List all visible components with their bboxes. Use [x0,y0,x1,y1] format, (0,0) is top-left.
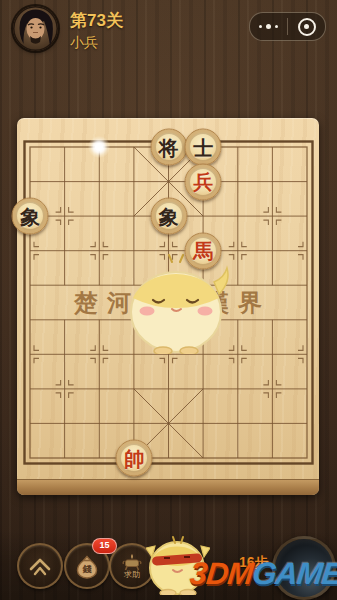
level-info: 第73关 小兵 [70,10,123,52]
more-options-button[interactable] [250,13,287,40]
level-title: 第73关 [70,10,123,31]
piece-black-general[interactable]: 将 [150,129,187,166]
piece-red-horse[interactable]: 馬 [185,232,222,269]
piece-glyph: 帥 [124,448,144,468]
piece-red-general[interactable]: 帥 [115,440,152,477]
board-bevel-edge [17,479,319,495]
chevron-up-icon [28,556,52,576]
dots-icon [259,25,262,28]
money-bag-icon: 錢 [74,553,100,579]
piece-black-advisor[interactable]: 士 [185,129,222,166]
player-avatar[interactable] [13,6,58,51]
piece-glyph: 象 [20,206,40,226]
wechat-capsule [249,12,326,41]
hint-sparkle [88,136,110,158]
piece-glyph: 将 [159,137,179,157]
top-bar: 第73关 小兵 [0,0,337,56]
piece-red-soldier[interactable]: 兵 [185,163,222,200]
watermark-left: 3DM [188,556,254,591]
stage-name: 小兵 [70,34,123,52]
coin-count-badge: 15 [92,538,117,554]
menu-expand-button[interactable] [17,543,63,589]
chick-icon [123,252,233,354]
exit-button[interactable] [288,13,325,40]
site-watermark: 3DMGAME [188,556,337,592]
target-circle-icon [298,18,316,36]
mascot-chick [123,252,233,358]
piece-glyph: 象 [159,206,179,226]
piece-glyph: 馬 [193,241,213,261]
piece-black-elephant-center[interactable]: 象 [150,198,187,235]
piece-black-elephant-left[interactable]: 象 [12,198,49,235]
piece-glyph: 士 [193,137,213,157]
piece-glyph: 兵 [193,172,213,192]
avatar-portrait-icon [13,6,58,51]
help-button-label: 求助 [124,569,140,580]
xiangqi-board[interactable]: 楚河 漢界 将士兵象象馬帥 [17,118,319,495]
svg-text:錢: 錢 [82,564,93,574]
app-screen: 第73关 小兵 [0,0,337,600]
watermark-right: GAME [251,556,337,591]
